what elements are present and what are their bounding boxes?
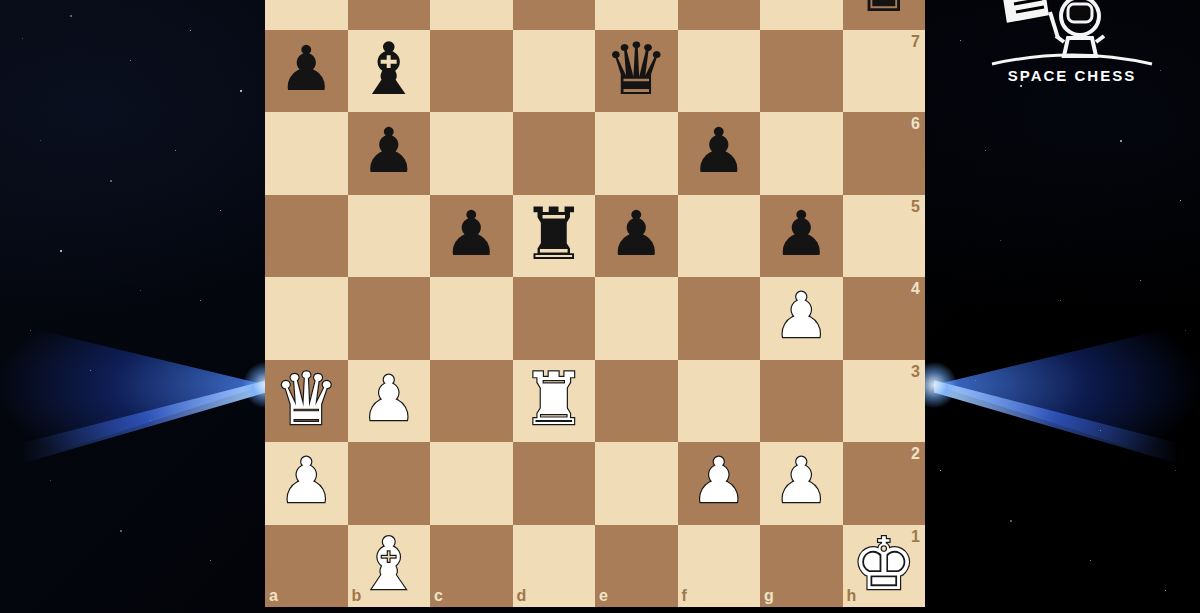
square-d1[interactable]: d xyxy=(513,525,596,608)
square-f4[interactable] xyxy=(678,277,761,360)
star xyxy=(190,30,191,31)
star xyxy=(1100,430,1101,431)
piece-black-bishop[interactable]: ♝ xyxy=(356,33,421,105)
square-e8[interactable] xyxy=(595,0,678,30)
piece-black-pawn[interactable]: ♟ xyxy=(443,203,499,265)
square-b6[interactable]: ♟ xyxy=(348,112,431,195)
square-d2[interactable] xyxy=(513,442,596,525)
star xyxy=(1185,330,1186,331)
square-d6[interactable] xyxy=(513,112,596,195)
piece-black-pawn[interactable]: ♟ xyxy=(278,38,334,100)
square-d7[interactable] xyxy=(513,30,596,113)
rank-label-5: 5 xyxy=(911,199,920,215)
star xyxy=(22,38,23,39)
piece-white-queen[interactable]: ♛ xyxy=(274,363,339,435)
square-c4[interactable] xyxy=(430,277,513,360)
square-b2[interactable] xyxy=(348,442,431,525)
square-f1[interactable]: f xyxy=(678,525,761,608)
star xyxy=(960,40,961,41)
square-c7[interactable] xyxy=(430,30,513,113)
square-b5[interactable] xyxy=(348,195,431,278)
square-d8[interactable] xyxy=(513,0,596,30)
square-e1[interactable]: e xyxy=(595,525,678,608)
square-g5[interactable]: ♟ xyxy=(760,195,843,278)
rank-label-7: 7 xyxy=(911,34,920,50)
piece-black-pawn[interactable]: ♟ xyxy=(773,203,829,265)
square-a5[interactable] xyxy=(265,195,348,278)
piece-black-rook[interactable]: ♜ xyxy=(521,198,586,270)
square-a8[interactable] xyxy=(265,0,348,30)
file-label-e: e xyxy=(599,588,608,604)
square-h7[interactable]: 7 xyxy=(843,30,926,113)
piece-white-pawn[interactable]: ♟ xyxy=(773,285,829,347)
square-f8[interactable] xyxy=(678,0,761,30)
star xyxy=(1090,560,1091,561)
star xyxy=(1010,520,1012,522)
star xyxy=(130,60,131,61)
star xyxy=(30,330,31,331)
star xyxy=(200,300,201,301)
square-d5[interactable]: ♜ xyxy=(513,195,596,278)
square-a2[interactable]: ♟ xyxy=(265,442,348,525)
square-e7[interactable]: ♛ xyxy=(595,30,678,113)
flag-pole xyxy=(1050,12,1058,38)
square-g7[interactable] xyxy=(760,30,843,113)
file-label-g: g xyxy=(764,588,774,604)
square-f6[interactable]: ♟ xyxy=(678,112,761,195)
piece-white-bishop[interactable]: ♝ xyxy=(356,528,421,600)
square-g8[interactable] xyxy=(760,0,843,30)
star xyxy=(1165,590,1166,591)
square-g2[interactable]: ♟ xyxy=(760,442,843,525)
square-e3[interactable] xyxy=(595,360,678,443)
star xyxy=(140,290,141,291)
star xyxy=(90,370,91,371)
square-b8[interactable] xyxy=(348,0,431,30)
star xyxy=(1120,140,1122,142)
star xyxy=(975,380,976,381)
square-c1[interactable]: c xyxy=(430,525,513,608)
rank-label-3: 3 xyxy=(911,364,920,380)
square-c8[interactable] xyxy=(430,0,513,30)
flag-icon xyxy=(1002,0,1050,24)
square-g4[interactable]: ♟ xyxy=(760,277,843,360)
square-c5[interactable]: ♟ xyxy=(430,195,513,278)
star xyxy=(1175,470,1176,471)
piece-white-pawn[interactable]: ♟ xyxy=(691,450,747,512)
star xyxy=(50,480,51,481)
square-h2[interactable]: 2 xyxy=(843,442,926,525)
star xyxy=(985,150,986,151)
square-b7[interactable]: ♝ xyxy=(348,30,431,113)
square-g3[interactable] xyxy=(760,360,843,443)
star xyxy=(1000,240,1001,241)
star xyxy=(1140,280,1141,281)
rank-label-2: 2 xyxy=(911,446,920,462)
piece-black-king[interactable]: ♚ xyxy=(851,0,916,22)
square-h1[interactable]: h1♚ xyxy=(843,525,926,608)
piece-white-king[interactable]: ♚ xyxy=(851,528,916,600)
square-e5[interactable]: ♟ xyxy=(595,195,678,278)
square-d3[interactable]: ♜ xyxy=(513,360,596,443)
file-label-a: a xyxy=(269,588,278,604)
star xyxy=(150,420,151,421)
square-b4[interactable] xyxy=(348,277,431,360)
star xyxy=(120,530,122,532)
star xyxy=(1160,70,1161,71)
piece-black-pawn[interactable]: ♟ xyxy=(361,120,417,182)
rank-label-4: 4 xyxy=(911,281,920,297)
square-a4[interactable] xyxy=(265,277,348,360)
piece-black-pawn[interactable]: ♟ xyxy=(608,203,664,265)
square-e2[interactable] xyxy=(595,442,678,525)
chess-board: 8♚♟♝♛7♟♟6♟♜♟♟5♟4♛♟♜3♟♟♟2ab♝cdefgh1♚ xyxy=(265,0,925,607)
square-a7[interactable]: ♟ xyxy=(265,30,348,113)
square-f2[interactable]: ♟ xyxy=(678,442,761,525)
piece-white-pawn[interactable]: ♟ xyxy=(278,450,334,512)
square-a1[interactable]: a xyxy=(265,525,348,608)
star xyxy=(1060,300,1061,301)
square-h6[interactable]: 6 xyxy=(843,112,926,195)
blue-light-streak-left xyxy=(0,318,266,470)
star xyxy=(175,150,176,151)
star xyxy=(110,180,112,182)
piece-white-rook[interactable]: ♜ xyxy=(521,363,586,435)
square-b3[interactable]: ♟ xyxy=(348,360,431,443)
square-a3[interactable]: ♛ xyxy=(265,360,348,443)
square-g1[interactable]: g xyxy=(760,525,843,608)
star xyxy=(240,90,242,92)
file-label-f: f xyxy=(682,588,687,604)
square-e4[interactable] xyxy=(595,277,678,360)
square-h3[interactable]: 3 xyxy=(843,360,926,443)
star xyxy=(220,210,221,211)
square-b1[interactable]: b♝ xyxy=(348,525,431,608)
square-h5[interactable]: 5 xyxy=(843,195,926,278)
logo-text: SPACE CHESS xyxy=(984,67,1160,84)
square-c2[interactable] xyxy=(430,442,513,525)
blue-lens-flare-right xyxy=(934,318,1200,470)
blue-light-streak-right xyxy=(934,318,1200,470)
file-label-d: d xyxy=(517,588,527,604)
square-h4[interactable]: 4 xyxy=(843,277,926,360)
square-c6[interactable] xyxy=(430,112,513,195)
moon-horizon-arc xyxy=(992,55,1152,64)
square-f3[interactable] xyxy=(678,360,761,443)
square-f7[interactable] xyxy=(678,30,761,113)
piece-black-pawn[interactable]: ♟ xyxy=(691,120,747,182)
star xyxy=(40,140,41,141)
square-f5[interactable] xyxy=(678,195,761,278)
astronaut-icon xyxy=(1056,0,1104,56)
file-label-c: c xyxy=(434,588,443,604)
star xyxy=(60,250,62,252)
square-c3[interactable] xyxy=(430,360,513,443)
blue-lens-flare-left xyxy=(0,318,266,470)
square-h8[interactable]: 8♚ xyxy=(843,0,926,30)
piece-black-queen[interactable]: ♛ xyxy=(604,33,669,105)
space-chess-screen: 8♚♟♝♛7♟♟6♟♜♟♟5♟4♛♟♜3♟♟♟2ab♝cdefgh1♚ SPAC… xyxy=(0,0,1200,613)
square-e6[interactable] xyxy=(595,112,678,195)
piece-white-pawn[interactable]: ♟ xyxy=(773,450,829,512)
square-a6[interactable] xyxy=(265,112,348,195)
square-g6[interactable] xyxy=(760,112,843,195)
star xyxy=(210,560,211,561)
space-chess-logo: SPACE CHESS xyxy=(984,0,1160,90)
star xyxy=(1180,200,1181,201)
rank-label-6: 6 xyxy=(911,116,920,132)
piece-white-pawn[interactable]: ♟ xyxy=(361,368,417,430)
square-d4[interactable] xyxy=(513,277,596,360)
star xyxy=(940,470,941,471)
star xyxy=(70,15,72,17)
